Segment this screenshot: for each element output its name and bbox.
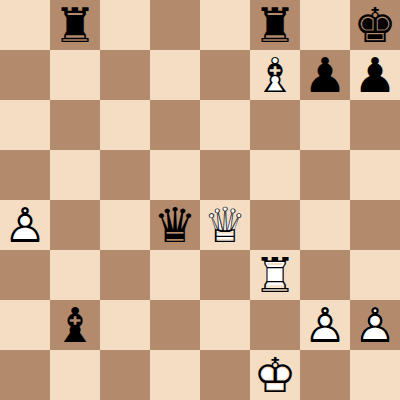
square-b1[interactable] [50,350,100,400]
square-d5[interactable] [150,150,200,200]
black-rook[interactable]: ♜ [250,0,300,50]
white-rook-glyph: ♖ [250,250,300,300]
square-f6[interactable] [250,100,300,150]
square-c2[interactable] [100,300,150,350]
white-pawn[interactable]: ♟♙ [350,300,400,350]
square-g7[interactable]: ♟ [300,50,350,100]
square-e6[interactable] [200,100,250,150]
black-pawn[interactable]: ♟ [350,50,400,100]
white-king[interactable]: ♚♔ [250,350,300,400]
square-e2[interactable] [200,300,250,350]
black-king[interactable]: ♚ [350,0,400,50]
square-b5[interactable] [50,150,100,200]
square-g2[interactable]: ♟♙ [300,300,350,350]
white-pawn-glyph: ♙ [0,200,50,250]
square-b6[interactable] [50,100,100,150]
white-pawn-glyph: ♙ [300,300,350,350]
square-e4[interactable]: ♛♕ [200,200,250,250]
square-d2[interactable] [150,300,200,350]
white-bishop-glyph: ♗ [250,50,300,100]
square-c4[interactable] [100,200,150,250]
white-pawn-glyph: ♙ [350,300,400,350]
square-b4[interactable] [50,200,100,250]
square-g8[interactable] [300,0,350,50]
square-a1[interactable] [0,350,50,400]
square-h5[interactable] [350,150,400,200]
square-c5[interactable] [100,150,150,200]
square-c7[interactable] [100,50,150,100]
square-h7[interactable]: ♟ [350,50,400,100]
black-rook-glyph: ♜ [250,0,300,50]
square-f2[interactable] [250,300,300,350]
black-rook[interactable]: ♜ [50,0,100,50]
square-a4[interactable]: ♟♙ [0,200,50,250]
square-a2[interactable] [0,300,50,350]
square-d7[interactable] [150,50,200,100]
square-b7[interactable] [50,50,100,100]
square-c6[interactable] [100,100,150,150]
white-king-glyph: ♔ [250,350,300,400]
square-e5[interactable] [200,150,250,200]
square-b2[interactable]: ♝ [50,300,100,350]
white-bishop[interactable]: ♝♗ [250,50,300,100]
square-a7[interactable] [0,50,50,100]
black-king-glyph: ♚ [350,0,400,50]
square-d4[interactable]: ♛ [150,200,200,250]
square-h1[interactable] [350,350,400,400]
square-a8[interactable] [0,0,50,50]
square-a6[interactable] [0,100,50,150]
white-pawn[interactable]: ♟♙ [300,300,350,350]
square-d1[interactable] [150,350,200,400]
square-h3[interactable] [350,250,400,300]
square-f8[interactable]: ♜ [250,0,300,50]
chess-board: ♜♜♚♝♗♟♟♟♙♛♛♕♜♖♝♟♙♟♙♚♔ [0,0,400,400]
black-pawn-glyph: ♟ [300,50,350,100]
square-b3[interactable] [50,250,100,300]
square-e7[interactable] [200,50,250,100]
square-a3[interactable] [0,250,50,300]
square-d6[interactable] [150,100,200,150]
square-h2[interactable]: ♟♙ [350,300,400,350]
square-h8[interactable]: ♚ [350,0,400,50]
square-e3[interactable] [200,250,250,300]
square-g6[interactable] [300,100,350,150]
square-c8[interactable] [100,0,150,50]
square-d3[interactable] [150,250,200,300]
black-bishop[interactable]: ♝ [50,300,100,350]
square-f5[interactable] [250,150,300,200]
square-c1[interactable] [100,350,150,400]
black-pawn[interactable]: ♟ [300,50,350,100]
square-e1[interactable] [200,350,250,400]
square-g5[interactable] [300,150,350,200]
white-rook[interactable]: ♜♖ [250,250,300,300]
square-h4[interactable] [350,200,400,250]
square-f4[interactable] [250,200,300,250]
square-g4[interactable] [300,200,350,250]
black-rook-glyph: ♜ [50,0,100,50]
white-pawn[interactable]: ♟♙ [0,200,50,250]
black-queen-glyph: ♛ [150,200,200,250]
black-bishop-glyph: ♝ [50,300,100,350]
white-queen[interactable]: ♛♕ [200,200,250,250]
square-g3[interactable] [300,250,350,300]
black-queen[interactable]: ♛ [150,200,200,250]
square-f1[interactable]: ♚♔ [250,350,300,400]
square-e8[interactable] [200,0,250,50]
square-a5[interactable] [0,150,50,200]
square-f3[interactable]: ♜♖ [250,250,300,300]
black-pawn-glyph: ♟ [350,50,400,100]
white-queen-glyph: ♕ [200,200,250,250]
square-d8[interactable] [150,0,200,50]
square-c3[interactable] [100,250,150,300]
square-b8[interactable]: ♜ [50,0,100,50]
square-g1[interactable] [300,350,350,400]
square-f7[interactable]: ♝♗ [250,50,300,100]
square-h6[interactable] [350,100,400,150]
